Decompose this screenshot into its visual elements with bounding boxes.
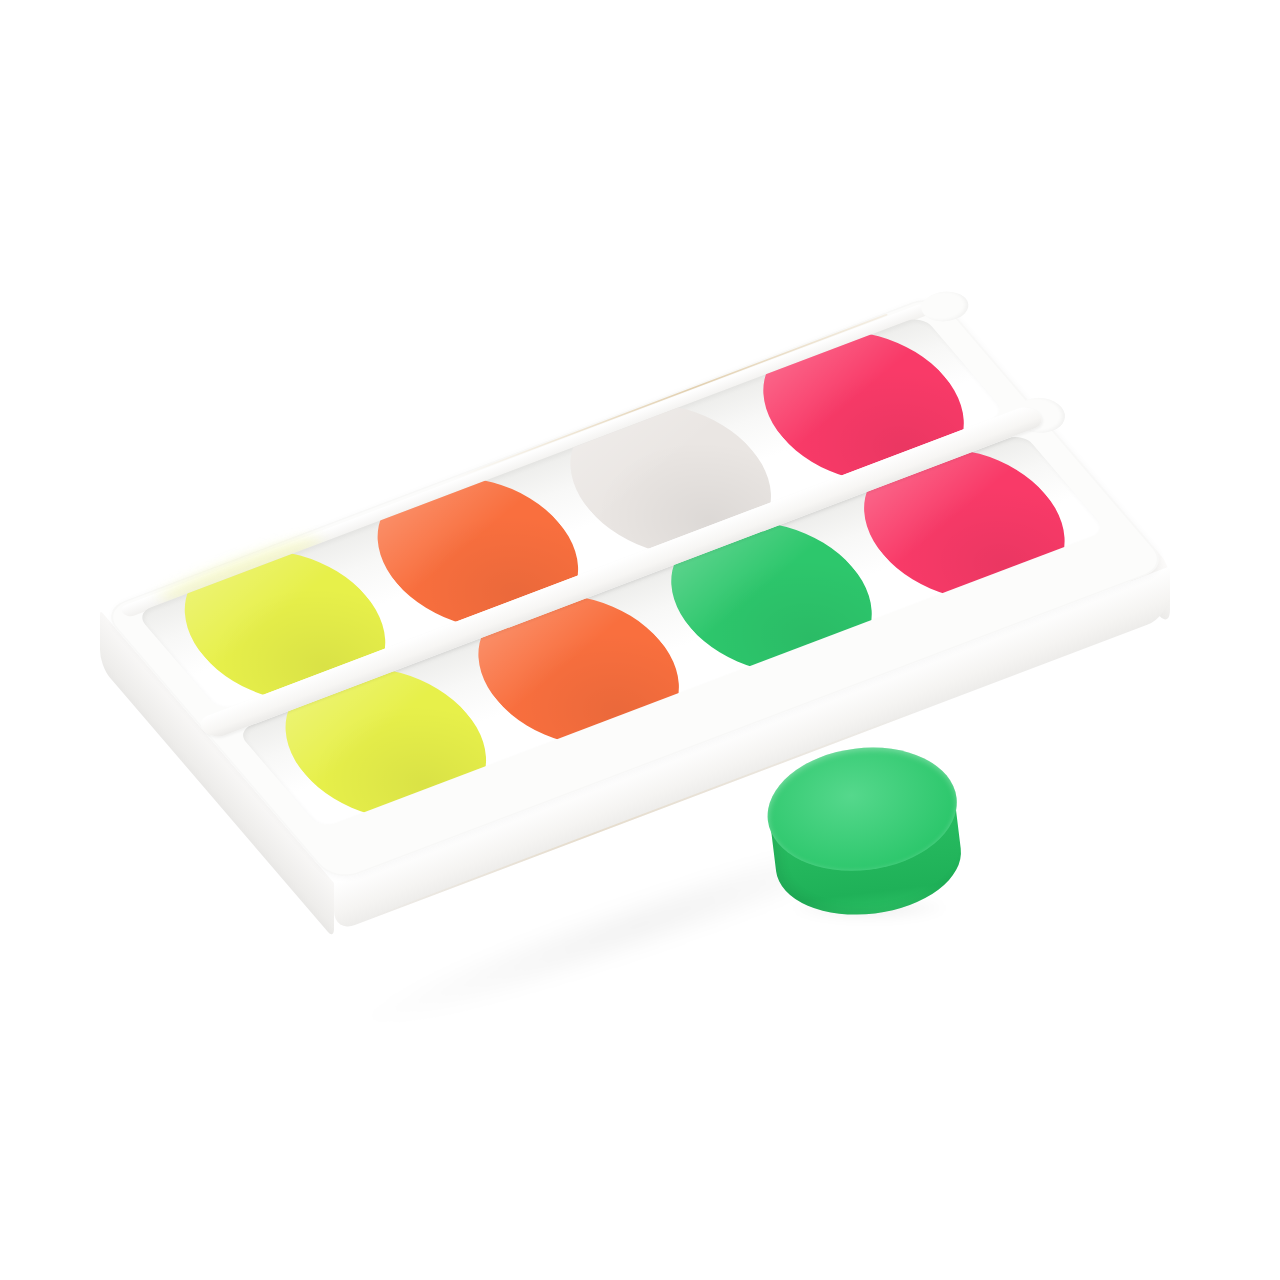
tray-slot-grid: [143, 318, 1099, 826]
loose-green-disc: [760, 737, 969, 927]
product-photo-scene: [0, 0, 1280, 1280]
